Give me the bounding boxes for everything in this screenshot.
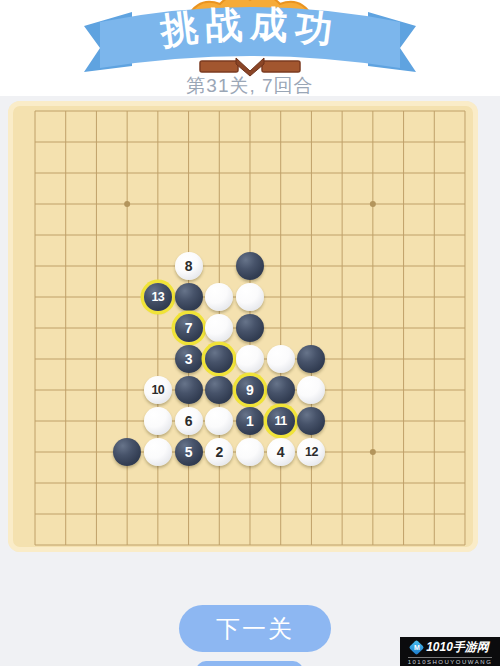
stone-white xyxy=(297,376,325,404)
stone-white-12: 12 xyxy=(297,438,325,466)
stone-black xyxy=(175,376,203,404)
stone-black xyxy=(236,252,264,280)
stone-white xyxy=(267,345,295,373)
stone-black xyxy=(236,314,264,342)
stone-white-4: 4 xyxy=(267,438,295,466)
stone-white-8: 8 xyxy=(175,252,203,280)
stone-black-11: 11 xyxy=(267,407,295,435)
stone-white xyxy=(205,407,233,435)
stone-black xyxy=(297,407,325,435)
stone-white-6: 6 xyxy=(175,407,203,435)
stone-black xyxy=(297,345,325,373)
stone-black xyxy=(175,283,203,311)
stone-white-10: 10 xyxy=(144,376,172,404)
stone-white xyxy=(205,314,233,342)
watermark-subtext: 1010SHOUYOUWANG xyxy=(408,657,493,665)
stone-white xyxy=(236,438,264,466)
page: 挑战成功 第31关, 7回合 81373109611152412 下一关 M 1… xyxy=(0,0,500,666)
level-round-info: 第31关, 7回合 xyxy=(0,73,500,99)
stone-black-9: 9 xyxy=(236,376,264,404)
stone-black xyxy=(205,376,233,404)
stone-white xyxy=(236,283,264,311)
stone-black-13: 13 xyxy=(144,283,172,311)
stone-black xyxy=(267,376,295,404)
watermark-text: 1010手游网 xyxy=(426,639,489,656)
stone-black xyxy=(113,438,141,466)
stone-black-1: 1 xyxy=(236,407,264,435)
stone-black-5: 5 xyxy=(175,438,203,466)
stones-layer: 81373109611152412 xyxy=(8,101,478,552)
partial-second-button[interactable] xyxy=(196,661,303,666)
next-level-button[interactable]: 下一关 xyxy=(179,605,331,652)
stone-white xyxy=(205,283,233,311)
stone-white xyxy=(144,407,172,435)
watermark: M 1010手游网 1010SHOUYOUWANG xyxy=(400,637,500,666)
stone-black xyxy=(205,345,233,373)
stone-black-3: 3 xyxy=(175,345,203,373)
watermark-logo-icon: M xyxy=(409,639,425,655)
gomoku-board: 81373109611152412 xyxy=(8,101,478,552)
stone-white-2: 2 xyxy=(205,438,233,466)
stone-white xyxy=(236,345,264,373)
stone-white xyxy=(144,438,172,466)
stone-black-7: 7 xyxy=(175,314,203,342)
